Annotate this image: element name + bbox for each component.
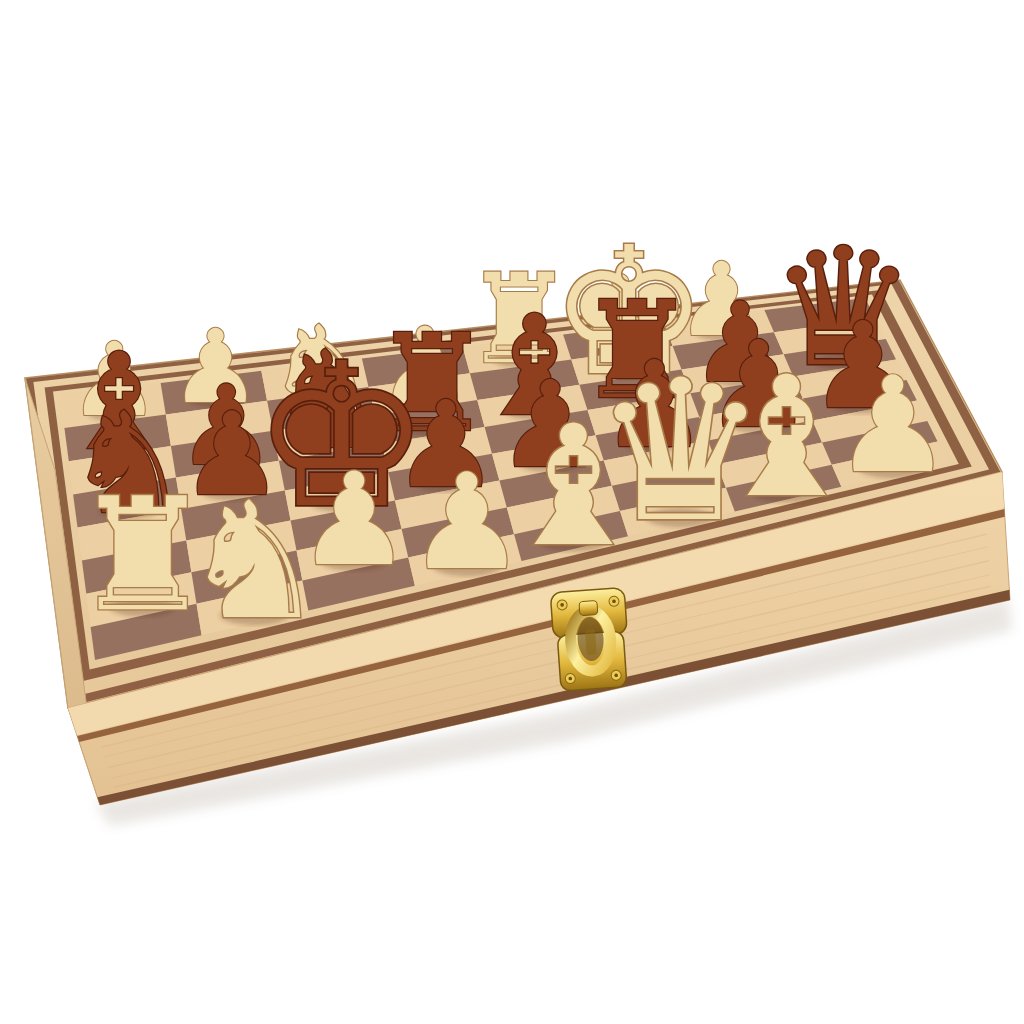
piece-white-P-h1: ♟ <box>834 348 953 502</box>
scene-svg: ♟♟♜♟♟♝♞♟♚♟♞♜♝♜♟♛♞♟♚♟♟♟♟♟♜♟♞♟♝♛♝♟ <box>0 0 1024 1024</box>
chess-box-product-photo: ♟♟♜♟♟♝♞♟♚♟♞♜♝♜♟♛♞♟♚♟♟♟♟♟♜♟♞♟♝♛♝♟ <box>0 0 1024 1024</box>
brass-latch <box>550 588 631 692</box>
latch-hinge <box>579 600 598 615</box>
latch-tongue <box>585 629 597 656</box>
piece-white-N-b1: ♞ <box>182 467 327 655</box>
